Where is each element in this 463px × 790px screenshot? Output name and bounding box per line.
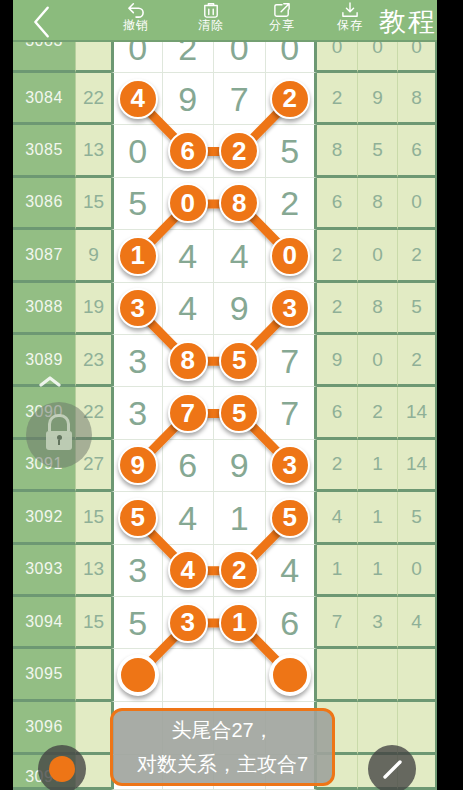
clear-button[interactable]: 清除 — [190, 0, 232, 42]
issue-number: 3087 — [25, 246, 63, 264]
digit-value: 3 — [128, 553, 147, 587]
issue-cell: 3092 — [13, 492, 75, 544]
stat-value: 2 — [332, 296, 343, 318]
stat-cell: 2 — [317, 440, 357, 492]
table-row: 3084224972298 — [13, 73, 437, 125]
digit-cell[interactable]: 2 — [266, 178, 318, 230]
pencil-icon — [368, 745, 416, 790]
issue-number: 3092 — [25, 508, 63, 526]
sum-value: 23 — [83, 349, 104, 371]
stat-cell: 0 — [397, 545, 437, 597]
save-download-icon — [340, 2, 360, 18]
stat-value: 2 — [411, 244, 422, 266]
stat-value: 4 — [411, 611, 422, 633]
issue-number: 3084 — [25, 89, 63, 107]
digit-cell[interactable]: 9 — [111, 440, 163, 492]
stat-cell: 1 — [357, 440, 397, 492]
digit-value: 9 — [178, 82, 197, 116]
undo-button[interactable]: 撤销 — [115, 0, 157, 42]
table-row: 3088193493285 — [13, 283, 437, 335]
stat-cell: 2 — [317, 230, 357, 282]
stat-cell — [317, 649, 357, 701]
issue-number: 3095 — [25, 665, 63, 683]
digit-cell[interactable] — [163, 649, 215, 701]
digit-cell[interactable]: 2 — [214, 125, 266, 177]
sum-cell: 15 — [75, 597, 111, 649]
sum-cell: 19 — [75, 283, 111, 335]
digit-cell[interactable]: 3 — [111, 335, 163, 387]
stat-cell: 14 — [397, 440, 437, 492]
stat-cell: 4 — [397, 597, 437, 649]
stat-value: 2 — [332, 244, 343, 266]
digit-value: 1 — [230, 501, 249, 535]
stat-cell: 0 — [357, 42, 397, 73]
stat-cell: 8 — [357, 178, 397, 230]
digit-circle[interactable]: 4 — [118, 79, 158, 119]
digit-cell[interactable]: 7 — [214, 73, 266, 125]
save-button[interactable]: 保存 — [329, 0, 371, 42]
top-toolbar: 撤销 清除 分享 保存 教程 — [13, 0, 437, 42]
digit-cell[interactable]: 2 — [266, 73, 318, 125]
digit-cell[interactable]: 5 — [266, 125, 318, 177]
sum-value: 9 — [88, 244, 99, 266]
stat-value: 5 — [411, 296, 422, 318]
issue-number: 3085 — [25, 141, 63, 159]
digit-cell[interactable]: 6 — [266, 597, 318, 649]
tooltip-line-1: 头尾合27， — [113, 713, 332, 747]
stat-value: 0 — [332, 42, 343, 58]
share-icon — [272, 2, 292, 18]
stat-cell: 9 — [317, 335, 357, 387]
digit-cell[interactable]: 3 — [163, 597, 215, 649]
digit-circle[interactable]: 9 — [118, 445, 158, 485]
stat-cell: 0 — [357, 335, 397, 387]
stat-cell — [397, 649, 437, 701]
stat-value: 8 — [372, 191, 383, 213]
digit-cell[interactable]: 9 — [163, 73, 215, 125]
digit-cell[interactable]: 0 — [163, 178, 215, 230]
issue-cell: 3086 — [13, 178, 75, 230]
undo-icon — [125, 2, 147, 18]
digit-value: 9 — [230, 448, 249, 482]
digit-cell[interactable]: 7 — [266, 387, 318, 439]
stat-value: 6 — [411, 139, 422, 161]
table-row: 3093133424110 — [13, 545, 437, 597]
stat-cell: 0 — [317, 42, 357, 73]
stat-cell: 5 — [357, 125, 397, 177]
stat-cell: 2 — [397, 335, 437, 387]
stat-value: 9 — [372, 87, 383, 109]
stat-cell: 0 — [397, 178, 437, 230]
digit-cell[interactable]: 4 — [163, 545, 215, 597]
digit-circle[interactable]: 5 — [270, 498, 310, 538]
digit-cell[interactable]: 0 — [111, 125, 163, 177]
digit-cell[interactable]: 4 — [266, 545, 318, 597]
digit-value: 5 — [128, 186, 147, 220]
issue-cell: 3094 — [13, 597, 75, 649]
digit-cell[interactable]: 5 — [214, 387, 266, 439]
stat-value: 1 — [372, 558, 383, 580]
digit-cell[interactable]: 4 — [163, 283, 215, 335]
prediction-dot[interactable] — [117, 654, 159, 696]
digit-cell[interactable]: 5 — [214, 335, 266, 387]
sum-cell: 13 — [75, 545, 111, 597]
digit-circle[interactable]: 0 — [270, 236, 310, 276]
digit-circle[interactable]: 6 — [168, 131, 208, 171]
sum-cell: 15 — [75, 178, 111, 230]
digit-value: 7 — [280, 396, 299, 430]
digit-cell[interactable]: 3 — [266, 440, 318, 492]
digit-value: 6 — [280, 606, 299, 640]
digit-cell[interactable]: 1 — [111, 230, 163, 282]
digit-cell[interactable]: 4 — [111, 73, 163, 125]
digit-cell[interactable]: 8 — [214, 178, 266, 230]
digit-cell[interactable]: 3 — [111, 545, 163, 597]
collapse-chevron[interactable] — [39, 373, 61, 391]
stat-value: 14 — [406, 453, 427, 475]
digit-value: 7 — [230, 82, 249, 116]
digit-cell[interactable]: 4 — [214, 230, 266, 282]
stat-cell: 6 — [317, 178, 357, 230]
stat-value: 4 — [332, 506, 343, 528]
digit-cell[interactable] — [111, 649, 163, 701]
digit-value: 6 — [178, 448, 197, 482]
digit-value: 2 — [178, 42, 197, 65]
stat-value: 2 — [332, 453, 343, 475]
stat-value: 0 — [372, 349, 383, 371]
stat-cell: 6 — [397, 125, 437, 177]
sum-value: 22 — [83, 87, 104, 109]
digit-value: 0 — [230, 42, 249, 65]
digit-cell[interactable]: 3 — [111, 283, 163, 335]
issue-number: 3089 — [25, 351, 63, 369]
digit-cell[interactable]: 5 — [111, 597, 163, 649]
stat-cell: 1 — [357, 492, 397, 544]
stat-cell: 14 — [397, 387, 437, 439]
digit-cell[interactable]: 9 — [214, 283, 266, 335]
digit-cell[interactable]: 7 — [266, 335, 318, 387]
digit-value: 0 — [128, 134, 147, 168]
sum-value: 27 — [83, 453, 104, 475]
digit-cell[interactable]: 3 — [111, 387, 163, 439]
digit-cell[interactable]: 8 — [163, 335, 215, 387]
stat-cell: 2 — [317, 73, 357, 125]
stat-cell: 2 — [357, 387, 397, 439]
issue-cell: 3088 — [13, 283, 75, 335]
stat-cell: 4 — [317, 492, 357, 544]
sum-cell — [75, 702, 111, 755]
digit-cell[interactable] — [214, 649, 266, 701]
lock-icon — [48, 414, 70, 431]
digit-value: 0 — [280, 42, 299, 65]
issue-cell: 3085 — [13, 125, 75, 177]
issue-number: 3096 — [25, 718, 63, 736]
stat-value: 2 — [372, 401, 383, 423]
digit-circle[interactable]: 8 — [168, 341, 208, 381]
digit-cell[interactable]: 3 — [266, 283, 318, 335]
stat-value: 8 — [411, 87, 422, 109]
digit-cell[interactable]: 2 — [214, 545, 266, 597]
digit-cell[interactable]: 0 — [214, 42, 266, 73]
stat-value: 8 — [332, 139, 343, 161]
stat-value: 8 — [372, 296, 383, 318]
issue-number: 3086 — [25, 193, 63, 211]
stat-cell: 2 — [397, 230, 437, 282]
stat-cell: 1 — [317, 545, 357, 597]
digit-circle[interactable]: 8 — [219, 183, 259, 223]
issue-number: 3094 — [25, 613, 63, 631]
issue-number: 3083 — [25, 42, 63, 50]
stat-cell — [357, 649, 397, 701]
digit-cell[interactable]: 4 — [163, 230, 215, 282]
stat-value: 6 — [332, 401, 343, 423]
save-label: 保存 — [337, 18, 363, 32]
stat-cell: 2 — [317, 283, 357, 335]
stat-value: 7 — [332, 611, 343, 633]
stat-cell: 9 — [357, 73, 397, 125]
undo-label: 撤销 — [123, 18, 149, 32]
issue-cell: 3083 — [13, 42, 75, 73]
prediction-dot[interactable] — [269, 654, 311, 696]
sum-cell: 15 — [75, 492, 111, 544]
share-button[interactable]: 分享 — [261, 0, 303, 42]
tooltip-line-2: 对数关系，主攻合7 — [113, 747, 332, 781]
stat-value: 14 — [406, 401, 427, 423]
stat-cell: 7 — [317, 597, 357, 649]
stat-value: 5 — [411, 506, 422, 528]
stat-value: 0 — [411, 42, 422, 58]
sum-value: 13 — [83, 558, 104, 580]
digit-cell[interactable]: 0 — [111, 42, 163, 73]
stat-value: 1 — [372, 506, 383, 528]
digit-value: 9 — [230, 291, 249, 325]
digit-circle[interactable]: 5 — [219, 341, 259, 381]
digit-cell[interactable]: 4 — [163, 492, 215, 544]
digit-circle[interactable]: 2 — [219, 131, 259, 171]
table-row: 3095 — [13, 649, 437, 701]
digit-value: 5 — [280, 134, 299, 168]
table-row: 30830200000 — [13, 42, 437, 73]
clear-eraser-icon — [201, 2, 221, 18]
digit-circle[interactable]: 1 — [118, 236, 158, 276]
digit-value: 0 — [128, 42, 147, 65]
table-row: 3085130625856 — [13, 125, 437, 177]
draw-tool-fab[interactable] — [368, 745, 416, 790]
digit-circle[interactable]: 0 — [168, 183, 208, 223]
issue-number: 3088 — [25, 298, 63, 316]
sum-value: 13 — [83, 139, 104, 161]
chevron-up-icon — [39, 376, 61, 387]
stat-value: 0 — [372, 42, 383, 58]
stat-cell: 0 — [357, 230, 397, 282]
table-row: 3089233857902 — [13, 335, 437, 387]
annotation-tooltip: 头尾合27， 对数关系，主攻合7 — [110, 708, 335, 786]
sum-value: 15 — [83, 506, 104, 528]
digit-circle[interactable]: 3 — [118, 288, 158, 328]
sum-cell — [75, 649, 111, 701]
sum-value: 15 — [83, 191, 104, 213]
digit-cell[interactable]: 5 — [266, 492, 318, 544]
tutorial-link[interactable]: 教程 — [379, 4, 437, 40]
digit-circle[interactable]: 1 — [219, 603, 259, 643]
digit-cell[interactable]: 6 — [163, 440, 215, 492]
sum-cell: 9 — [75, 230, 111, 282]
table-row: 3094155316734 — [13, 597, 437, 649]
stat-cell: 8 — [317, 125, 357, 177]
stat-value: 1 — [372, 453, 383, 475]
table-row: 3086155082680 — [13, 178, 437, 230]
digit-value: 5 — [128, 606, 147, 640]
digit-value: 4 — [178, 239, 197, 273]
stat-cell: 5 — [397, 283, 437, 335]
issue-number: 3093 — [25, 560, 63, 578]
digit-circle[interactable]: 5 — [219, 393, 259, 433]
digit-value: 4 — [178, 501, 197, 535]
digit-cell[interactable]: 9 — [214, 440, 266, 492]
table-row: 308791440202 — [13, 230, 437, 282]
digit-value: 7 — [280, 344, 299, 378]
digit-cell[interactable]: 5 — [111, 492, 163, 544]
sum-cell: 13 — [75, 125, 111, 177]
stat-value: 0 — [372, 244, 383, 266]
stat-cell: 0 — [397, 42, 437, 73]
issue-cell: 3095 — [13, 649, 75, 701]
stat-cell: 8 — [357, 283, 397, 335]
sum-cell — [75, 42, 111, 73]
issue-cell: 3093 — [13, 545, 75, 597]
issue-cell: 3087 — [13, 230, 75, 282]
digit-cell[interactable]: 6 — [163, 125, 215, 177]
sum-cell: 23 — [75, 335, 111, 387]
stat-cell: 5 — [397, 492, 437, 544]
digit-value: 3 — [128, 344, 147, 378]
stat-cell: 1 — [357, 545, 397, 597]
digit-circle[interactable]: 3 — [168, 603, 208, 643]
digit-circle[interactable]: 3 — [270, 445, 310, 485]
digit-circle[interactable]: 3 — [270, 288, 310, 328]
color-marker-fab[interactable] — [38, 745, 86, 790]
stat-value: 2 — [332, 87, 343, 109]
issue-cell: 3084 — [13, 73, 75, 125]
stat-value: 3 — [372, 611, 383, 633]
lock-overlay[interactable] — [26, 402, 92, 468]
sum-cell: 22 — [75, 73, 111, 125]
digit-cell[interactable] — [266, 649, 318, 701]
stat-value: 0 — [411, 191, 422, 213]
digit-value: 4 — [178, 291, 197, 325]
digit-cell[interactable]: 0 — [266, 230, 318, 282]
digit-circle[interactable]: 5 — [118, 498, 158, 538]
share-label: 分享 — [269, 18, 295, 32]
digit-value: 4 — [230, 239, 249, 273]
digit-cell[interactable]: 5 — [111, 178, 163, 230]
stat-value: 1 — [332, 558, 343, 580]
stat-cell: 3 — [357, 597, 397, 649]
digit-value: 4 — [280, 553, 299, 587]
sum-value: 19 — [83, 296, 104, 318]
stat-value: 5 — [372, 139, 383, 161]
clear-label: 清除 — [198, 18, 224, 32]
digit-value: 3 — [128, 396, 147, 430]
digit-cell[interactable]: 1 — [214, 597, 266, 649]
digit-circle[interactable]: 4 — [168, 550, 208, 590]
digit-cell[interactable]: 1 — [214, 492, 266, 544]
orange-dot-icon — [49, 756, 75, 782]
table-row: 3092155415415 — [13, 492, 437, 544]
digit-circle[interactable]: 2 — [219, 550, 259, 590]
back-button[interactable] — [25, 2, 59, 40]
stat-value: 2 — [411, 349, 422, 371]
app-screen: 撤销 清除 分享 保存 教程 3083020000030842249722983… — [0, 0, 463, 790]
digit-cell[interactable]: 0 — [266, 42, 318, 73]
stat-value: 9 — [332, 349, 343, 371]
stat-value: 6 — [332, 191, 343, 213]
digit-circle[interactable]: 7 — [168, 393, 208, 433]
stat-cell: 6 — [317, 387, 357, 439]
sum-value: 15 — [83, 611, 104, 633]
stat-value: 0 — [411, 558, 422, 580]
stat-cell: 8 — [397, 73, 437, 125]
digit-value: 2 — [280, 186, 299, 220]
digit-cell[interactable]: 7 — [163, 387, 215, 439]
chevron-left-icon — [27, 4, 57, 40]
digit-circle[interactable]: 2 — [270, 79, 310, 119]
digit-cell[interactable]: 2 — [163, 42, 215, 73]
